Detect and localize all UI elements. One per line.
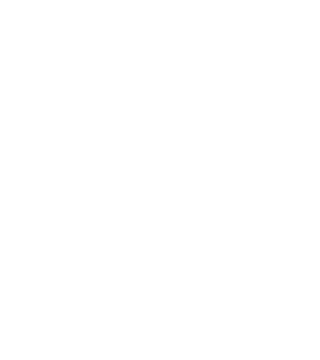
- move-prompt: [0, 338, 320, 360]
- puzzle-title: [0, 0, 320, 18]
- chess-board: [0, 18, 320, 338]
